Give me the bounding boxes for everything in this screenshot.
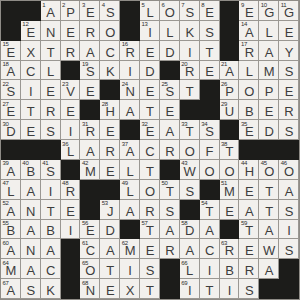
cell-r12c10[interactable]: C bbox=[200, 239, 220, 259]
cell-r3c5[interactable]: K bbox=[100, 61, 120, 81]
cell-r14c4[interactable]: 68N bbox=[80, 279, 100, 299]
cell-r14c9[interactable]: 69I bbox=[180, 279, 200, 299]
cell-r14c12[interactable]: S bbox=[239, 279, 259, 299]
cell-letter: I bbox=[128, 264, 132, 279]
cell-r9c1[interactable]: A bbox=[21, 180, 41, 200]
cell-r7c3[interactable]: 36L bbox=[61, 140, 81, 160]
cell-letter: T bbox=[47, 205, 55, 220]
cell-r0c14[interactable]: 11G bbox=[279, 1, 299, 21]
clue-number: 57 bbox=[142, 220, 148, 227]
cell-letter: I bbox=[29, 85, 33, 100]
black-cell-r14c14 bbox=[279, 279, 299, 299]
cell-letter: R bbox=[66, 46, 75, 61]
cell-r13c0[interactable]: 64M bbox=[1, 259, 21, 279]
black-cell-r7c1 bbox=[21, 140, 41, 160]
cell-r9c6[interactable]: 49L bbox=[120, 180, 140, 200]
cell-r13c7[interactable]: S bbox=[140, 259, 160, 279]
cell-letter: S bbox=[106, 6, 115, 21]
clue-number: 21 bbox=[221, 61, 227, 68]
cell-letter: O bbox=[244, 85, 254, 100]
cell-r8c5[interactable]: E bbox=[100, 160, 120, 180]
cell-r4c6[interactable]: 24N bbox=[120, 80, 140, 100]
cell-r0c3[interactable]: 2P bbox=[61, 1, 81, 21]
cell-r11c1[interactable]: A bbox=[21, 220, 41, 240]
cell-letter: E bbox=[245, 6, 254, 21]
cell-r5c2[interactable]: R bbox=[41, 100, 61, 120]
cell-r10c0[interactable]: 52A bbox=[1, 200, 21, 220]
cell-letter: A bbox=[86, 145, 95, 160]
cell-r10c10[interactable]: 54T bbox=[200, 200, 220, 220]
cell-r1c4[interactable]: R bbox=[80, 21, 100, 41]
cell-letter: E bbox=[205, 6, 214, 21]
cell-r13c13[interactable]: A bbox=[259, 259, 279, 279]
cell-r11c8[interactable]: A bbox=[160, 220, 180, 240]
cell-r8c10[interactable]: O bbox=[200, 160, 220, 180]
cell-r4c13[interactable]: P bbox=[259, 80, 279, 100]
black-cell-r6c6 bbox=[120, 120, 140, 140]
black-cell-r5c10 bbox=[200, 100, 220, 120]
clue-number: 54 bbox=[201, 200, 207, 207]
cell-r6c1[interactable]: E bbox=[21, 120, 41, 140]
clue-number: 32 bbox=[142, 121, 148, 128]
cell-r0c9[interactable]: 7S bbox=[180, 1, 200, 21]
clue-number: 7 bbox=[181, 2, 184, 9]
black-cell-r7c2 bbox=[41, 140, 61, 160]
cell-r5c14[interactable]: R bbox=[279, 100, 299, 120]
cell-letter: S bbox=[285, 244, 294, 259]
cell-r6c3[interactable]: I bbox=[61, 120, 81, 140]
cell-r7c6[interactable]: 37A bbox=[120, 140, 140, 160]
cell-r0c8[interactable]: 6O bbox=[160, 1, 180, 21]
clue-number: 49 bbox=[122, 180, 128, 187]
cell-r3c12[interactable]: L bbox=[239, 61, 259, 81]
black-cell-r13c3 bbox=[61, 259, 81, 279]
cell-r14c11[interactable]: I bbox=[220, 279, 240, 299]
cell-r11c7[interactable]: 57T bbox=[140, 220, 160, 240]
cell-r6c12[interactable]: 35E bbox=[239, 120, 259, 140]
cell-r10c8[interactable]: S bbox=[160, 200, 180, 220]
black-cell-r12c3 bbox=[61, 239, 81, 259]
clue-number: 65 bbox=[82, 260, 88, 267]
cell-r5c0[interactable]: 27E bbox=[1, 100, 21, 120]
cell-letter: F bbox=[206, 145, 214, 160]
cell-letter: O bbox=[145, 185, 155, 200]
cell-letter: T bbox=[47, 46, 55, 61]
cell-r12c6[interactable]: 62M bbox=[120, 239, 140, 259]
cell-r5c1[interactable]: T bbox=[21, 100, 41, 120]
cell-r0c4[interactable]: 3E bbox=[80, 1, 100, 21]
cell-letter: K bbox=[106, 65, 115, 80]
cell-r6c7[interactable]: 32E bbox=[140, 120, 160, 140]
cell-r2c10[interactable]: T bbox=[200, 41, 220, 61]
cell-r0c7[interactable]: 5L bbox=[140, 1, 160, 21]
cell-r9c9[interactable]: S bbox=[180, 180, 200, 200]
cell-r3c14[interactable]: S bbox=[279, 61, 299, 81]
cell-r5c13[interactable]: E bbox=[259, 100, 279, 120]
cell-letter: T bbox=[27, 105, 35, 120]
cell-letter: S bbox=[185, 6, 194, 21]
cell-r2c14[interactable]: Y bbox=[279, 41, 299, 61]
black-cell-r7c14 bbox=[279, 140, 299, 160]
cell-letter: B bbox=[245, 105, 254, 120]
cell-r11c13[interactable]: A bbox=[259, 220, 279, 240]
cell-r11c14[interactable]: I bbox=[279, 220, 299, 240]
cell-r4c3[interactable]: 23V bbox=[61, 80, 81, 100]
black-cell-r0c1 bbox=[21, 1, 41, 21]
cell-r11c10[interactable]: A bbox=[200, 220, 220, 240]
cell-r5c3[interactable]: E bbox=[61, 100, 81, 120]
cell-r6c2[interactable]: S bbox=[41, 120, 61, 140]
cell-r9c7[interactable]: O bbox=[140, 180, 160, 200]
cell-r2c13[interactable]: A bbox=[259, 41, 279, 61]
cell-r2c6[interactable]: 16R bbox=[120, 41, 140, 61]
black-cell-r7c12 bbox=[239, 140, 259, 160]
clue-number: 20 bbox=[181, 61, 187, 68]
black-cell-r8c3 bbox=[61, 160, 81, 180]
cell-r1c8[interactable]: L bbox=[160, 21, 180, 41]
cell-r12c7[interactable]: E bbox=[140, 239, 160, 259]
clue-number: 67 bbox=[3, 280, 9, 287]
cell-r12c8[interactable]: R bbox=[160, 239, 180, 259]
cell-r8c14[interactable]: 46O bbox=[279, 160, 299, 180]
cell-r3c2[interactable]: L bbox=[41, 61, 61, 81]
cell-r3c11[interactable]: 21A bbox=[220, 61, 240, 81]
cell-letter: R bbox=[145, 205, 154, 220]
cell-r12c2[interactable]: A bbox=[41, 239, 61, 259]
cell-r10c5[interactable]: 53J bbox=[100, 200, 120, 220]
clue-number: 45 bbox=[261, 160, 267, 167]
cell-r4c8[interactable]: 25S bbox=[160, 80, 180, 100]
cell-r12c1[interactable]: N bbox=[21, 239, 41, 259]
cell-r6c10[interactable]: 34S bbox=[200, 120, 220, 140]
cell-r0c10[interactable]: 8E bbox=[200, 1, 220, 21]
cell-r0c2[interactable]: 1A bbox=[41, 1, 61, 21]
cell-r9c2[interactable]: I bbox=[41, 180, 61, 200]
cell-r14c0[interactable]: 67A bbox=[1, 279, 21, 299]
cell-r10c11[interactable]: E bbox=[220, 200, 240, 220]
cell-r1c2[interactable]: N bbox=[41, 21, 61, 41]
cell-r2c4[interactable]: A bbox=[80, 41, 100, 61]
clue-number: 46 bbox=[281, 160, 287, 167]
clue-number: 2 bbox=[62, 2, 65, 9]
cell-letter: A bbox=[46, 244, 55, 259]
clue-number: 42 bbox=[82, 160, 88, 167]
cell-r8c1[interactable]: 40B bbox=[21, 160, 41, 180]
cell-r6c5[interactable]: E bbox=[100, 120, 120, 140]
cell-r8c0[interactable]: 39A bbox=[1, 160, 21, 180]
cell-letter: E bbox=[66, 105, 75, 120]
cell-r10c14[interactable]: S bbox=[279, 200, 299, 220]
cell-letter: S bbox=[285, 205, 294, 220]
cell-r8c4[interactable]: 42M bbox=[80, 160, 100, 180]
cell-r7c5[interactable]: R bbox=[100, 140, 120, 160]
black-cell-r1c6 bbox=[120, 21, 140, 41]
cell-r13c5[interactable]: T bbox=[100, 259, 120, 279]
cell-letter: C bbox=[46, 264, 55, 279]
clue-number: 31 bbox=[82, 121, 88, 128]
cell-r13c2[interactable]: C bbox=[41, 259, 61, 279]
cell-r11c12[interactable]: 59T bbox=[239, 220, 259, 240]
cell-r7c9[interactable]: O bbox=[180, 140, 200, 160]
cell-r4c4[interactable]: E bbox=[80, 80, 100, 100]
cell-r4c11[interactable]: 26P bbox=[220, 80, 240, 100]
clue-number: 60 bbox=[3, 240, 9, 247]
cell-r0c12[interactable]: 9E bbox=[239, 1, 259, 21]
cell-letter: K bbox=[46, 284, 55, 299]
cell-r11c0[interactable]: 55B bbox=[1, 220, 21, 240]
cell-letter: O bbox=[224, 165, 234, 180]
cell-letter: D bbox=[165, 46, 174, 61]
cell-r8c13[interactable]: 45O bbox=[259, 160, 279, 180]
cell-r11c2[interactable]: B bbox=[41, 220, 61, 240]
cell-r9c12[interactable]: E bbox=[239, 180, 259, 200]
cell-r1c9[interactable]: K bbox=[180, 21, 200, 41]
cell-r10c6[interactable]: A bbox=[120, 200, 140, 220]
cell-r6c4[interactable]: 31R bbox=[80, 120, 100, 140]
cell-r10c3[interactable]: E bbox=[61, 200, 81, 220]
clue-number: 41 bbox=[42, 160, 48, 167]
cell-r8c6[interactable]: L bbox=[120, 160, 140, 180]
cell-r11c3[interactable]: I bbox=[61, 220, 81, 240]
black-cell-r1c0 bbox=[1, 21, 21, 41]
cell-r9c3[interactable]: 48R bbox=[61, 180, 81, 200]
cell-r10c1[interactable]: N bbox=[21, 200, 41, 220]
cell-r7c8[interactable]: R bbox=[160, 140, 180, 160]
cell-r9c0[interactable]: 47L bbox=[1, 180, 21, 200]
cell-letter: N bbox=[26, 244, 35, 259]
cell-letter: S bbox=[285, 65, 294, 80]
cell-letter: A bbox=[245, 205, 254, 220]
cell-letter: E bbox=[106, 165, 115, 180]
cell-r5c5[interactable]: 28H bbox=[100, 100, 120, 120]
clue-number: 61 bbox=[82, 240, 88, 247]
cell-r4c0[interactable]: 22S bbox=[1, 80, 21, 100]
cell-r8c11[interactable]: O bbox=[220, 160, 240, 180]
cell-r5c12[interactable]: B bbox=[239, 100, 259, 120]
cell-r3c0[interactable]: 18A bbox=[1, 61, 21, 81]
cell-letter: T bbox=[206, 284, 214, 299]
cell-letter: I bbox=[49, 185, 53, 200]
cell-r11c5[interactable]: D bbox=[100, 220, 120, 240]
cell-r2c9[interactable]: I bbox=[180, 41, 200, 61]
cell-r5c7[interactable]: T bbox=[140, 100, 160, 120]
cell-r13c9[interactable]: 66L bbox=[180, 259, 200, 279]
cell-letter: E bbox=[285, 26, 294, 41]
cell-r10c2[interactable]: T bbox=[41, 200, 61, 220]
cell-r8c7[interactable]: T bbox=[140, 160, 160, 180]
clue-number: 37 bbox=[122, 141, 128, 148]
cell-r11c4[interactable]: 56E bbox=[80, 220, 100, 240]
cell-r0c5[interactable]: 4S bbox=[100, 1, 120, 21]
cell-r4c2[interactable]: E bbox=[41, 80, 61, 100]
cell-r5c11[interactable]: 29U bbox=[220, 100, 240, 120]
cell-r14c7[interactable]: T bbox=[140, 279, 160, 299]
cell-r13c6[interactable]: I bbox=[120, 259, 140, 279]
cell-letter: A bbox=[185, 244, 194, 259]
cell-r5c8[interactable]: E bbox=[160, 100, 180, 120]
cell-letter: E bbox=[146, 244, 155, 259]
cell-r3c13[interactable]: M bbox=[259, 61, 279, 81]
cell-letter: R bbox=[245, 264, 254, 279]
cell-r12c9[interactable]: A bbox=[180, 239, 200, 259]
black-cell-r9c5 bbox=[100, 180, 120, 200]
cell-r14c2[interactable]: K bbox=[41, 279, 61, 299]
cell-r4c1[interactable]: I bbox=[21, 80, 41, 100]
clue-number: 30 bbox=[3, 121, 9, 128]
cell-r12c0[interactable]: 60A bbox=[1, 239, 21, 259]
cell-letter: P bbox=[66, 6, 75, 21]
cell-r9c14[interactable]: A bbox=[279, 180, 299, 200]
cell-r10c12[interactable]: A bbox=[239, 200, 259, 220]
clue-number: 9 bbox=[241, 2, 244, 9]
cell-r3c1[interactable]: C bbox=[21, 61, 41, 81]
cell-r13c12[interactable]: R bbox=[239, 259, 259, 279]
black-cell-r10c9 bbox=[180, 200, 200, 220]
cell-r1c12[interactable]: 14A bbox=[239, 21, 259, 41]
cell-letter: I bbox=[69, 125, 73, 140]
cell-r2c1[interactable]: X bbox=[21, 41, 41, 61]
cell-r1c10[interactable]: S bbox=[200, 21, 220, 41]
cell-letter: A bbox=[126, 105, 135, 120]
cell-r7c11[interactable]: 38T bbox=[220, 140, 240, 160]
cell-r1c13[interactable]: L bbox=[259, 21, 279, 41]
clue-number: 6 bbox=[161, 2, 164, 9]
cell-r12c11[interactable]: 63R bbox=[220, 239, 240, 259]
clue-number: 26 bbox=[221, 81, 227, 88]
cell-letter: E bbox=[106, 125, 115, 140]
cell-r6c8[interactable]: A bbox=[160, 120, 180, 140]
cell-r1c7[interactable]: 13I bbox=[140, 21, 160, 41]
clue-number: 34 bbox=[201, 121, 207, 128]
cell-letter: I bbox=[287, 224, 291, 239]
cell-r13c4[interactable]: 65O bbox=[80, 259, 100, 279]
clue-number: 13 bbox=[142, 21, 148, 28]
cell-letter: E bbox=[245, 244, 254, 259]
black-cell-r11c11 bbox=[220, 220, 240, 240]
cell-letter: I bbox=[228, 284, 232, 299]
cell-r14c6[interactable]: X bbox=[120, 279, 140, 299]
cell-r12c14[interactable]: S bbox=[279, 239, 299, 259]
cell-r1c1[interactable]: 12E bbox=[21, 21, 41, 41]
cell-r3c9[interactable]: 20R bbox=[180, 61, 200, 81]
cell-r8c12[interactable]: 44H bbox=[239, 160, 259, 180]
black-cell-r4c5 bbox=[100, 80, 120, 100]
cell-r9c13[interactable]: T bbox=[259, 180, 279, 200]
cell-letter: L bbox=[266, 26, 273, 41]
cell-letter: E bbox=[26, 125, 35, 140]
cell-r3c10[interactable]: E bbox=[200, 61, 220, 81]
cell-r7c10[interactable]: F bbox=[200, 140, 220, 160]
cell-r2c8[interactable]: D bbox=[160, 41, 180, 61]
cell-r12c12[interactable]: E bbox=[239, 239, 259, 259]
cell-r1c14[interactable]: E bbox=[279, 21, 299, 41]
clue-number: 1 bbox=[42, 2, 45, 9]
clue-number: 4 bbox=[102, 2, 105, 9]
cell-r3c6[interactable]: I bbox=[120, 61, 140, 81]
clue-number: 27 bbox=[3, 101, 9, 108]
cell-letter: Y bbox=[285, 46, 294, 61]
cell-r4c14[interactable]: E bbox=[279, 80, 299, 100]
cell-r4c12[interactable]: O bbox=[239, 80, 259, 100]
cell-r13c1[interactable]: A bbox=[21, 259, 41, 279]
cell-r5c6[interactable]: A bbox=[120, 100, 140, 120]
cell-r2c2[interactable]: T bbox=[41, 41, 61, 61]
cell-r12c5[interactable]: A bbox=[100, 239, 120, 259]
cell-r4c7[interactable]: E bbox=[140, 80, 160, 100]
cell-r2c12[interactable]: 17R bbox=[239, 41, 259, 61]
cell-r6c9[interactable]: 33T bbox=[180, 120, 200, 140]
cell-r9c8[interactable]: 50T bbox=[160, 180, 180, 200]
clue-number: 43 bbox=[181, 160, 187, 167]
cell-r2c3[interactable]: R bbox=[61, 41, 81, 61]
cell-r10c7[interactable]: R bbox=[140, 200, 160, 220]
cell-letter: I bbox=[69, 224, 73, 239]
cell-r6c0[interactable]: 30D bbox=[1, 120, 21, 140]
cell-r13c11[interactable]: B bbox=[220, 259, 240, 279]
cell-r2c0[interactable]: 15E bbox=[1, 41, 21, 61]
cell-r3c7[interactable]: D bbox=[140, 61, 160, 81]
cell-letter: R bbox=[284, 105, 293, 120]
cell-letter: E bbox=[86, 6, 95, 21]
cell-r7c7[interactable]: C bbox=[140, 140, 160, 160]
cell-r4c9[interactable]: T bbox=[180, 80, 200, 100]
cell-letter: I bbox=[188, 46, 192, 61]
clue-number: 63 bbox=[221, 240, 227, 247]
clue-number: 18 bbox=[3, 61, 9, 68]
cell-r2c7[interactable]: E bbox=[140, 41, 160, 61]
cell-r8c2[interactable]: 41S bbox=[41, 160, 61, 180]
cell-r12c13[interactable]: W bbox=[259, 239, 279, 259]
cell-r3c4[interactable]: 19S bbox=[80, 61, 100, 81]
cell-r1c3[interactable]: E bbox=[61, 21, 81, 41]
cell-r7c4[interactable]: A bbox=[80, 140, 100, 160]
cell-letter: L bbox=[146, 6, 153, 21]
cell-r12c4[interactable]: 61C bbox=[80, 239, 100, 259]
clue-number: 38 bbox=[221, 141, 227, 148]
cell-r0c13[interactable]: 10G bbox=[259, 1, 279, 21]
cell-letter: E bbox=[146, 46, 155, 61]
cell-r14c10[interactable]: T bbox=[200, 279, 220, 299]
cell-letter: E bbox=[146, 85, 155, 100]
cell-letter: A bbox=[106, 244, 115, 259]
clue-number: 36 bbox=[62, 141, 68, 148]
clue-number: 12 bbox=[22, 21, 28, 28]
black-cell-r10c4 bbox=[80, 200, 100, 220]
cell-letter: A bbox=[265, 46, 274, 61]
cell-r8c9[interactable]: 43W bbox=[180, 160, 200, 180]
cell-r14c5[interactable]: E bbox=[100, 279, 120, 299]
cell-letter: N bbox=[46, 26, 55, 41]
cell-r10c13[interactable]: T bbox=[259, 200, 279, 220]
clue-number: 51 bbox=[221, 180, 227, 187]
cell-r6c13[interactable]: D bbox=[259, 120, 279, 140]
cell-r1c5[interactable]: O bbox=[100, 21, 120, 41]
cell-letter: S bbox=[146, 264, 155, 279]
cell-letter: O bbox=[205, 165, 215, 180]
clue-number: 53 bbox=[102, 200, 108, 207]
clue-number: 19 bbox=[82, 61, 88, 68]
cell-r2c5[interactable]: C bbox=[100, 41, 120, 61]
cell-letter: L bbox=[127, 165, 134, 180]
cell-r14c1[interactable]: S bbox=[21, 279, 41, 299]
cell-r11c9[interactable]: 58D bbox=[180, 220, 200, 240]
cell-r6c14[interactable]: S bbox=[279, 120, 299, 140]
black-cell-r8c8 bbox=[160, 160, 180, 180]
cell-r13c10[interactable]: I bbox=[200, 259, 220, 279]
cell-r9c11[interactable]: 51M bbox=[220, 180, 240, 200]
cell-letter: L bbox=[246, 65, 253, 80]
clue-number: 55 bbox=[3, 220, 9, 227]
